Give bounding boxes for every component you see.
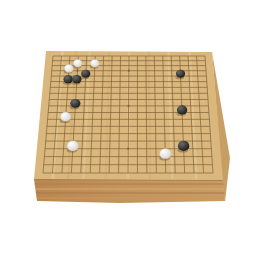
black-stone-Q15 — [176, 70, 185, 78]
white-stone-C16 — [64, 64, 73, 72]
go-board — [0, 0, 255, 255]
white-stone-D17 — [73, 59, 82, 67]
black-stone-D14 — [72, 75, 81, 83]
black-stone-C14 — [63, 75, 72, 83]
white-stone-F17 — [90, 59, 99, 67]
white-stone-O3 — [160, 149, 172, 159]
white-stone-C8 — [60, 112, 71, 121]
goban-photo — [0, 0, 255, 255]
black-stone-E15 — [81, 70, 90, 78]
black-stone-D10 — [70, 99, 80, 108]
white-stone-D4 — [67, 141, 78, 151]
black-stone-Q4 — [178, 141, 189, 151]
black-stone-Q9 — [177, 105, 187, 114]
board-front-face — [34, 179, 225, 203]
